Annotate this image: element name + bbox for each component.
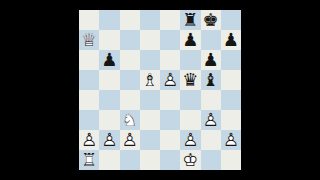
black-pawn-icon: ♟ bbox=[99, 50, 119, 70]
square-c5[interactable] bbox=[120, 70, 140, 90]
square-e2[interactable] bbox=[160, 130, 180, 150]
square-g1[interactable] bbox=[201, 150, 221, 170]
white-pawn-icon: ♙ bbox=[99, 130, 119, 150]
white-pawn-icon: ♙ bbox=[180, 130, 200, 150]
square-g5[interactable]: ♝ bbox=[201, 70, 221, 90]
white-pawn-icon-fill: ♟ bbox=[99, 130, 119, 150]
square-h5[interactable] bbox=[221, 70, 241, 90]
square-f8[interactable]: ♜ bbox=[180, 10, 200, 30]
black-pawn-icon: ♟ bbox=[180, 30, 200, 50]
white-king-icon-fill: ♚ bbox=[180, 150, 200, 170]
square-e3[interactable] bbox=[160, 110, 180, 130]
white-pawn-icon: ♙ bbox=[221, 130, 241, 150]
square-f4[interactable] bbox=[180, 90, 200, 110]
square-a5[interactable] bbox=[79, 70, 99, 90]
white-king-icon: ♔ bbox=[180, 150, 200, 170]
square-b5[interactable] bbox=[99, 70, 119, 90]
square-c4[interactable] bbox=[120, 90, 140, 110]
square-h1[interactable] bbox=[221, 150, 241, 170]
square-c8[interactable] bbox=[120, 10, 140, 30]
square-a2[interactable]: ♟♙ bbox=[79, 130, 99, 150]
square-h6[interactable] bbox=[221, 50, 241, 70]
white-knight-icon-fill: ♞ bbox=[120, 110, 140, 130]
white-rook-icon: ♖ bbox=[79, 150, 99, 170]
square-g7[interactable] bbox=[201, 30, 221, 50]
white-rook-icon-fill: ♜ bbox=[79, 150, 99, 170]
square-f2[interactable]: ♟♙ bbox=[180, 130, 200, 150]
square-a7[interactable]: ♛♕ bbox=[79, 30, 99, 50]
square-h7[interactable]: ♟ bbox=[221, 30, 241, 50]
square-f6[interactable] bbox=[180, 50, 200, 70]
black-bishop-icon: ♝ bbox=[201, 70, 221, 90]
square-d4[interactable] bbox=[140, 90, 160, 110]
white-pawn-icon-fill: ♟ bbox=[221, 130, 241, 150]
white-pawn-icon-fill: ♟ bbox=[160, 70, 180, 90]
white-pawn-icon-fill: ♟ bbox=[120, 130, 140, 150]
square-b1[interactable] bbox=[99, 150, 119, 170]
square-f7[interactable]: ♟ bbox=[180, 30, 200, 50]
square-a6[interactable] bbox=[79, 50, 99, 70]
square-h8[interactable] bbox=[221, 10, 241, 30]
chess-board: ♜♚♛♕♟♟♟♟♝♗♟♙♛♝♞♘♟♙♟♙♟♙♟♙♟♙♟♙♜♖♚♔ bbox=[79, 10, 241, 170]
white-pawn-icon-fill: ♟ bbox=[201, 110, 221, 130]
white-pawn-icon: ♙ bbox=[160, 70, 180, 90]
square-g6[interactable]: ♟ bbox=[201, 50, 221, 70]
square-e4[interactable] bbox=[160, 90, 180, 110]
square-d8[interactable] bbox=[140, 10, 160, 30]
square-h4[interactable] bbox=[221, 90, 241, 110]
square-c2[interactable]: ♟♙ bbox=[120, 130, 140, 150]
square-e6[interactable] bbox=[160, 50, 180, 70]
square-d3[interactable] bbox=[140, 110, 160, 130]
square-d7[interactable] bbox=[140, 30, 160, 50]
square-b6[interactable]: ♟ bbox=[99, 50, 119, 70]
white-queen-icon: ♕ bbox=[79, 30, 99, 50]
square-c3[interactable]: ♞♘ bbox=[120, 110, 140, 130]
square-e1[interactable] bbox=[160, 150, 180, 170]
square-g4[interactable] bbox=[201, 90, 221, 110]
white-bishop-icon: ♗ bbox=[140, 70, 160, 90]
black-queen-icon: ♛ bbox=[180, 70, 200, 90]
black-king-icon: ♚ bbox=[201, 10, 221, 30]
square-b4[interactable] bbox=[99, 90, 119, 110]
square-a4[interactable] bbox=[79, 90, 99, 110]
square-b3[interactable] bbox=[99, 110, 119, 130]
white-pawn-icon: ♙ bbox=[79, 130, 99, 150]
square-e8[interactable] bbox=[160, 10, 180, 30]
square-e7[interactable] bbox=[160, 30, 180, 50]
square-f5[interactable]: ♛ bbox=[180, 70, 200, 90]
square-b8[interactable] bbox=[99, 10, 119, 30]
square-d2[interactable] bbox=[140, 130, 160, 150]
square-f3[interactable] bbox=[180, 110, 200, 130]
square-d1[interactable] bbox=[140, 150, 160, 170]
square-h3[interactable] bbox=[221, 110, 241, 130]
square-a1[interactable]: ♜♖ bbox=[79, 150, 99, 170]
white-bishop-icon-fill: ♝ bbox=[140, 70, 160, 90]
black-pawn-icon: ♟ bbox=[221, 30, 241, 50]
white-pawn-icon: ♙ bbox=[201, 110, 221, 130]
square-d5[interactable]: ♝♗ bbox=[140, 70, 160, 90]
white-pawn-icon: ♙ bbox=[120, 130, 140, 150]
square-d6[interactable] bbox=[140, 50, 160, 70]
square-a3[interactable] bbox=[79, 110, 99, 130]
square-b7[interactable] bbox=[99, 30, 119, 50]
white-queen-icon-fill: ♛ bbox=[79, 30, 99, 50]
square-b2[interactable]: ♟♙ bbox=[99, 130, 119, 150]
black-rook-icon: ♜ bbox=[180, 10, 200, 30]
square-c1[interactable] bbox=[120, 150, 140, 170]
square-g3[interactable]: ♟♙ bbox=[201, 110, 221, 130]
square-g2[interactable] bbox=[201, 130, 221, 150]
square-g8[interactable]: ♚ bbox=[201, 10, 221, 30]
square-h2[interactable]: ♟♙ bbox=[221, 130, 241, 150]
square-a8[interactable] bbox=[79, 10, 99, 30]
square-f1[interactable]: ♚♔ bbox=[180, 150, 200, 170]
black-pawn-icon: ♟ bbox=[201, 50, 221, 70]
square-c6[interactable] bbox=[120, 50, 140, 70]
square-e5[interactable]: ♟♙ bbox=[160, 70, 180, 90]
white-pawn-icon-fill: ♟ bbox=[180, 130, 200, 150]
white-knight-icon: ♘ bbox=[120, 110, 140, 130]
video-frame: ♜♚♛♕♟♟♟♟♝♗♟♙♛♝♞♘♟♙♟♙♟♙♟♙♟♙♟♙♜♖♚♔ bbox=[0, 0, 320, 180]
white-pawn-icon-fill: ♟ bbox=[79, 130, 99, 150]
square-c7[interactable] bbox=[120, 30, 140, 50]
